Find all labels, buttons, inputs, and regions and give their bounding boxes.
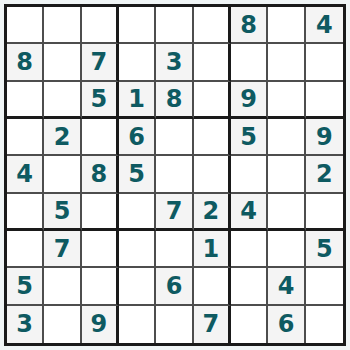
cell-r4c7: 5 [231,119,268,156]
cell-r8c2[interactable] [44,268,81,305]
cell-r8c9[interactable] [306,268,343,305]
cell-r3c5: 8 [156,82,193,119]
cell-r5c6[interactable] [194,156,231,193]
cell-r6c7: 4 [231,194,268,231]
cell-r2c9[interactable] [306,44,343,81]
cell-r7c1[interactable] [7,231,44,268]
cell-r1c9: 4 [306,7,343,44]
cell-r6c8[interactable] [268,194,305,231]
cell-r9c3: 9 [82,306,119,343]
cell-r3c9[interactable] [306,82,343,119]
cell-r2c7[interactable] [231,44,268,81]
cell-r5c5[interactable] [156,156,193,193]
cell-r2c6[interactable] [194,44,231,81]
cell-r9c5[interactable] [156,306,193,343]
cell-r2c3: 7 [82,44,119,81]
cell-r4c4: 6 [119,119,156,156]
cell-r3c3: 5 [82,82,119,119]
cell-r4c9: 9 [306,119,343,156]
cell-r5c7[interactable] [231,156,268,193]
cell-r9c6: 7 [194,306,231,343]
cell-r7c5[interactable] [156,231,193,268]
cell-r2c1: 8 [7,44,44,81]
cell-r7c9: 5 [306,231,343,268]
cell-r7c8[interactable] [268,231,305,268]
cell-r3c6[interactable] [194,82,231,119]
cell-r7c4[interactable] [119,231,156,268]
cell-r6c1[interactable] [7,194,44,231]
cell-r5c2[interactable] [44,156,81,193]
cell-r7c7[interactable] [231,231,268,268]
cell-r8c3[interactable] [82,268,119,305]
cell-r5c3: 8 [82,156,119,193]
cell-r4c2: 2 [44,119,81,156]
cell-r6c3[interactable] [82,194,119,231]
cell-r1c6[interactable] [194,7,231,44]
cell-r9c1: 3 [7,306,44,343]
cell-r9c4[interactable] [119,306,156,343]
cell-r2c8[interactable] [268,44,305,81]
sudoku-page: 8487351892659485257247155643976 [0,0,350,350]
cell-r1c8[interactable] [268,7,305,44]
cell-r9c2[interactable] [44,306,81,343]
cell-r8c4[interactable] [119,268,156,305]
cell-r4c8[interactable] [268,119,305,156]
cell-r7c2: 7 [44,231,81,268]
cell-r8c7[interactable] [231,268,268,305]
cell-r9c7[interactable] [231,306,268,343]
cell-r9c9[interactable] [306,306,343,343]
cell-r1c3[interactable] [82,7,119,44]
cell-r3c8[interactable] [268,82,305,119]
cell-r4c5[interactable] [156,119,193,156]
cell-r8c1: 5 [7,268,44,305]
cell-r7c6: 1 [194,231,231,268]
cell-r3c7: 9 [231,82,268,119]
cell-r8c5: 6 [156,268,193,305]
cell-r5c4: 5 [119,156,156,193]
cell-r9c8: 6 [268,306,305,343]
cell-r4c3[interactable] [82,119,119,156]
cell-r1c2[interactable] [44,7,81,44]
cell-r2c2[interactable] [44,44,81,81]
cell-r8c8: 4 [268,268,305,305]
cell-r7c3[interactable] [82,231,119,268]
cell-r5c8[interactable] [268,156,305,193]
cell-r5c9: 2 [306,156,343,193]
cell-r1c5[interactable] [156,7,193,44]
cell-r2c5: 3 [156,44,193,81]
cell-r3c4: 1 [119,82,156,119]
cell-r3c1[interactable] [7,82,44,119]
cell-r4c6[interactable] [194,119,231,156]
cell-r1c7: 8 [231,7,268,44]
cell-r8c6[interactable] [194,268,231,305]
cell-r6c6: 2 [194,194,231,231]
cell-r4c1[interactable] [7,119,44,156]
cell-r3c2[interactable] [44,82,81,119]
cell-r6c2: 5 [44,194,81,231]
cell-r1c1[interactable] [7,7,44,44]
cell-r2c4[interactable] [119,44,156,81]
cell-r6c9[interactable] [306,194,343,231]
cell-r5c1: 4 [7,156,44,193]
cell-r1c4[interactable] [119,7,156,44]
sudoku-board: 8487351892659485257247155643976 [4,4,346,346]
cell-r6c4[interactable] [119,194,156,231]
cell-r6c5: 7 [156,194,193,231]
